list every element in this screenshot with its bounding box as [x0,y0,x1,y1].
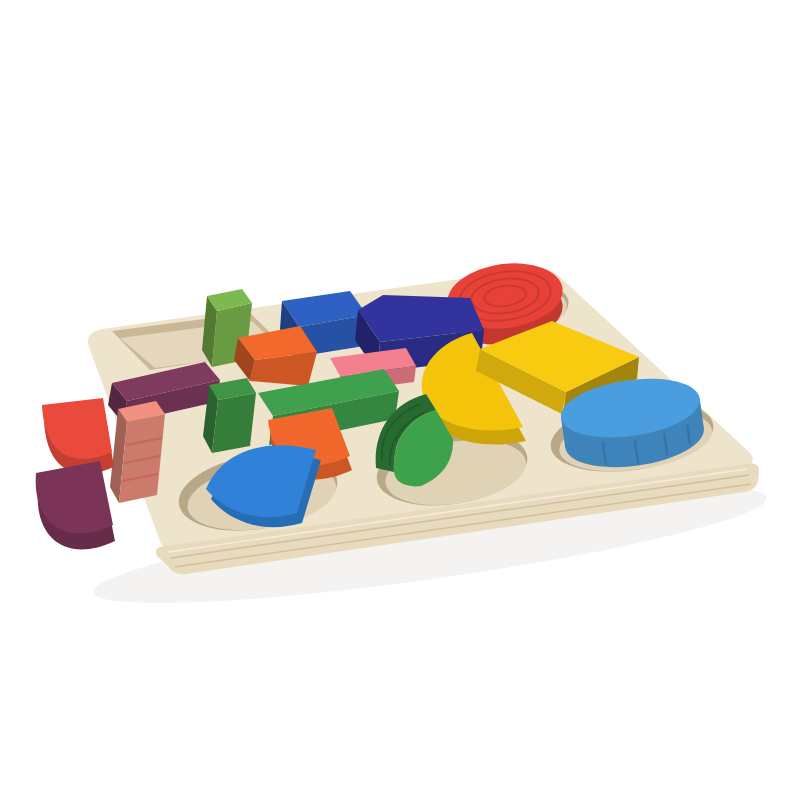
block-purple-quarter [36,461,115,549]
block-salmon-rect [110,401,165,503]
block-red-quarter [42,398,114,474]
puzzle-product-photo [0,0,800,800]
block-green-square [203,378,256,453]
